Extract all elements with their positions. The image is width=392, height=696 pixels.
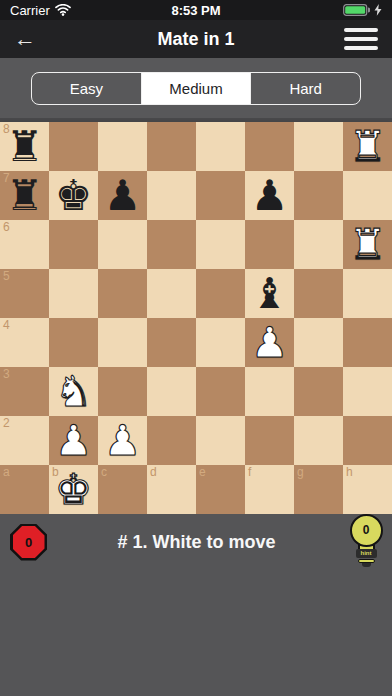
square-f3[interactable] (245, 367, 294, 416)
square-e8[interactable] (196, 122, 245, 171)
square-a7[interactable]: 7♜ (0, 171, 49, 220)
square-f8[interactable] (245, 122, 294, 171)
clock: 8:53 PM (130, 3, 262, 18)
square-e7[interactable] (196, 171, 245, 220)
file-label-h: h (346, 466, 353, 479)
square-c6[interactable] (98, 220, 147, 269)
piece-white-r-h8[interactable]: ♜ (343, 122, 392, 171)
square-b3[interactable]: ♞ (49, 367, 98, 416)
square-e6[interactable] (196, 220, 245, 269)
status-bar: Carrier 8:53 PM (0, 0, 392, 20)
carrier-label: Carrier (10, 3, 50, 18)
square-d1[interactable]: d (147, 465, 196, 514)
piece-black-r-a8[interactable]: ♜ (0, 122, 49, 171)
square-c7[interactable]: ♟ (98, 171, 147, 220)
file-label-d: d (150, 466, 157, 479)
square-g2[interactable] (294, 416, 343, 465)
square-g4[interactable] (294, 318, 343, 367)
square-d4[interactable] (147, 318, 196, 367)
square-f7[interactable]: ♟ (245, 171, 294, 220)
square-b2[interactable]: ♟ (49, 416, 98, 465)
error-count: 0 (25, 535, 32, 550)
square-a3[interactable]: 3 (0, 367, 49, 416)
nav-bar: ← Mate in 1 (0, 20, 392, 58)
square-g1[interactable]: g (294, 465, 343, 514)
lightbulb-tip (362, 563, 371, 567)
hint-label: hint (356, 549, 377, 558)
piece-white-r-h6[interactable]: ♜ (343, 220, 392, 269)
square-h6[interactable]: ♜ (343, 220, 392, 269)
square-d5[interactable] (147, 269, 196, 318)
square-f1[interactable]: f (245, 465, 294, 514)
file-label-g: g (297, 466, 304, 479)
square-d7[interactable] (147, 171, 196, 220)
file-label-c: c (101, 466, 107, 479)
square-h2[interactable] (343, 416, 392, 465)
square-a8[interactable]: 8♜ (0, 122, 49, 171)
square-a4[interactable]: 4 (0, 318, 49, 367)
square-b5[interactable] (49, 269, 98, 318)
square-g7[interactable] (294, 171, 343, 220)
square-g5[interactable] (294, 269, 343, 318)
square-a6[interactable]: 6 (0, 220, 49, 269)
page-title: Mate in 1 (84, 29, 308, 50)
square-e4[interactable] (196, 318, 245, 367)
square-f5[interactable]: ♝ (245, 269, 294, 318)
square-d6[interactable] (147, 220, 196, 269)
square-b7[interactable]: ♚ (49, 171, 98, 220)
piece-black-k-b7[interactable]: ♚ (49, 171, 98, 220)
tab-medium[interactable]: Medium (141, 73, 251, 104)
square-a2[interactable]: 2 (0, 416, 49, 465)
square-a1[interactable]: a (0, 465, 49, 514)
hint-button[interactable]: 0 hint (346, 514, 386, 567)
square-b6[interactable] (49, 220, 98, 269)
square-d2[interactable] (147, 416, 196, 465)
lightbulb-ring (358, 559, 375, 563)
wifi-icon (55, 4, 71, 16)
piece-white-p-b2[interactable]: ♟ (49, 416, 98, 465)
square-h3[interactable] (343, 367, 392, 416)
file-label-a: a (3, 466, 10, 479)
square-h4[interactable] (343, 318, 392, 367)
square-e1[interactable]: e (196, 465, 245, 514)
square-d8[interactable] (147, 122, 196, 171)
back-button[interactable]: ← (14, 28, 84, 50)
rank-label-2: 2 (3, 417, 10, 430)
hamburger-bar (344, 28, 378, 32)
piece-black-p-f7[interactable]: ♟ (245, 171, 294, 220)
square-f4[interactable]: ♟ (245, 318, 294, 367)
square-c5[interactable] (98, 269, 147, 318)
square-f2[interactable] (245, 416, 294, 465)
bottom-panel: 0 # 1. White to move 0 hint (0, 514, 392, 696)
tab-easy[interactable]: Easy (32, 73, 141, 104)
difficulty-band: Easy Medium Hard (0, 58, 392, 118)
square-c8[interactable] (98, 122, 147, 171)
rank-label-3: 3 (3, 368, 10, 381)
rank-label-4: 4 (3, 319, 10, 332)
square-e3[interactable] (196, 367, 245, 416)
rank-label-6: 6 (3, 221, 10, 234)
lightbulb-icon: 0 (350, 514, 383, 547)
charging-bolt-icon (374, 4, 382, 16)
square-h1[interactable]: h (343, 465, 392, 514)
chess-board: 8♜♜7♜♚♟♟6♜5♝4♟3♞2♟♟ab♚cdefgh (0, 122, 392, 514)
square-d3[interactable] (147, 367, 196, 416)
hint-count: 0 (363, 523, 370, 537)
puzzle-status-text: # 1. White to move (47, 532, 346, 553)
square-h8[interactable]: ♜ (343, 122, 392, 171)
file-label-e: e (199, 466, 206, 479)
square-b4[interactable] (49, 318, 98, 367)
square-b1[interactable]: b♚ (49, 465, 98, 514)
difficulty-segmented-control: Easy Medium Hard (31, 72, 361, 105)
square-e2[interactable] (196, 416, 245, 465)
square-h7[interactable] (343, 171, 392, 220)
square-c3[interactable] (98, 367, 147, 416)
file-label-f: f (248, 466, 251, 479)
square-g3[interactable] (294, 367, 343, 416)
piece-black-b-f5[interactable]: ♝ (245, 269, 294, 318)
hamburger-bar (344, 37, 378, 41)
square-g8[interactable] (294, 122, 343, 171)
piece-white-n-b3[interactable]: ♞ (49, 367, 98, 416)
app-screen: Carrier 8:53 PM (0, 0, 392, 696)
square-a5[interactable]: 5 (0, 269, 49, 318)
piece-white-k-b1[interactable]: ♚ (49, 465, 98, 514)
piece-black-r-a7[interactable]: ♜ (0, 171, 49, 220)
tab-hard[interactable]: Hard (250, 73, 360, 104)
error-count-badge: 0 (10, 524, 47, 561)
square-b8[interactable] (49, 122, 98, 171)
square-c2[interactable]: ♟ (98, 416, 147, 465)
piece-white-p-f4[interactable]: ♟ (245, 318, 294, 367)
back-arrow-icon: ← (14, 26, 36, 51)
hamburger-menu-button[interactable] (308, 28, 378, 50)
square-g6[interactable] (294, 220, 343, 269)
piece-white-p-c2[interactable]: ♟ (98, 416, 147, 465)
battery-icon (343, 4, 370, 16)
rank-label-5: 5 (3, 270, 10, 283)
square-c4[interactable] (98, 318, 147, 367)
piece-black-p-c7[interactable]: ♟ (98, 171, 147, 220)
hamburger-bar (344, 46, 378, 50)
square-h5[interactable] (343, 269, 392, 318)
square-f6[interactable] (245, 220, 294, 269)
square-c1[interactable]: c (98, 465, 147, 514)
square-e5[interactable] (196, 269, 245, 318)
